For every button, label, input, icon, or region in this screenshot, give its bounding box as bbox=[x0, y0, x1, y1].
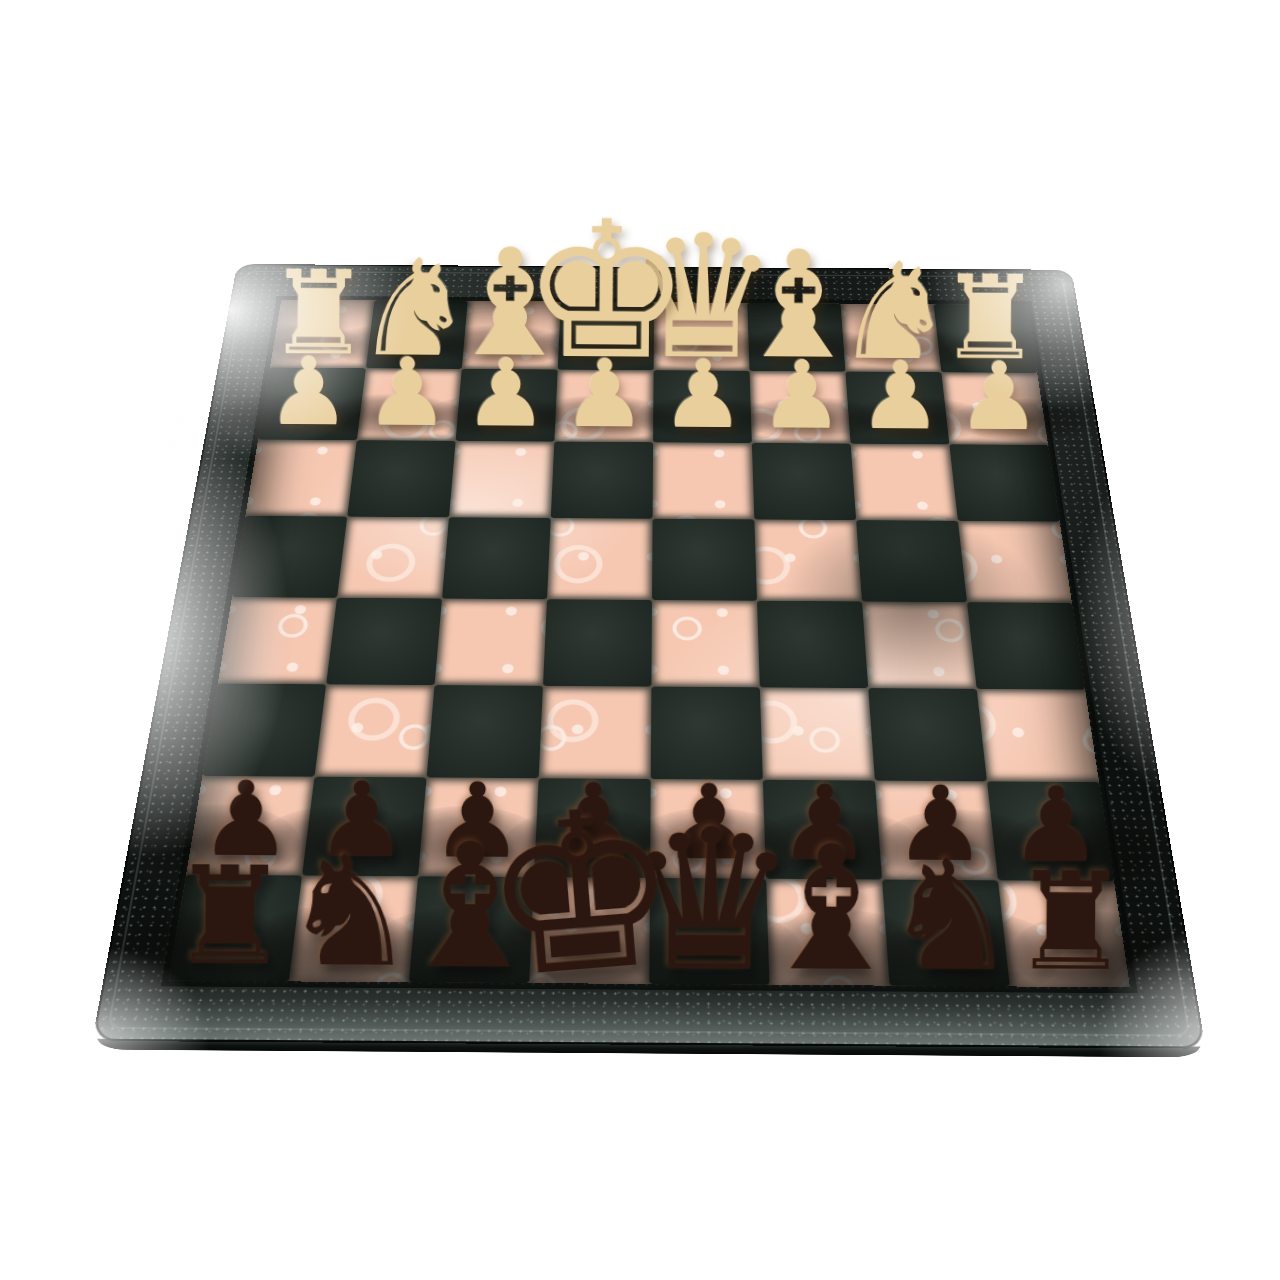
perspective-wrapper: ♜♞♝♚♛♝♞♜♟♟♟♟♟♟♟♟♟♟♟♟♟♟♟♟♜♞♝♚♛♝♞♜ bbox=[174, 122, 1131, 1079]
square-d5[interactable] bbox=[651, 600, 759, 687]
square-f2[interactable]: ♟ bbox=[456, 369, 558, 442]
square-d4[interactable] bbox=[652, 519, 757, 601]
square-g2[interactable]: ♟ bbox=[357, 368, 462, 441]
square-c2[interactable]: ♟ bbox=[750, 371, 851, 444]
piece-white-pawn-c2[interactable]: ♟ bbox=[759, 350, 844, 440]
piece-white-pawn-f2[interactable]: ♟ bbox=[463, 348, 548, 438]
piece-white-pawn-d2[interactable]: ♟ bbox=[660, 350, 745, 440]
square-f4[interactable] bbox=[442, 517, 551, 599]
square-b2[interactable]: ♟ bbox=[845, 372, 949, 445]
square-c5[interactable] bbox=[757, 601, 868, 688]
square-f5[interactable] bbox=[435, 599, 547, 686]
piece-white-pawn-e2[interactable]: ♟ bbox=[562, 349, 647, 439]
square-e4[interactable] bbox=[547, 518, 653, 600]
piece-black-rook-a8[interactable]: ♜ bbox=[1009, 857, 1131, 986]
square-h3[interactable] bbox=[245, 440, 356, 517]
square-h4[interactable] bbox=[232, 516, 347, 598]
square-b3[interactable] bbox=[851, 444, 958, 521]
square-g3[interactable] bbox=[347, 440, 455, 517]
chess-board: ♜♞♝♚♛♝♞♜♟♟♟♟♟♟♟♟♟♟♟♟♟♟♟♟♜♞♝♚♛♝♞♜ bbox=[95, 265, 1203, 1046]
piece-white-pawn-h2[interactable]: ♟ bbox=[266, 347, 351, 437]
piece-black-king-e8[interactable]: ♚ bbox=[475, 783, 687, 1006]
piece-black-rook-h8[interactable]: ♜ bbox=[168, 851, 290, 980]
square-h2[interactable]: ♟ bbox=[258, 368, 366, 441]
square-e3[interactable] bbox=[551, 442, 653, 519]
piece-white-pawn-g2[interactable]: ♟ bbox=[364, 347, 449, 437]
board-frame: ♜♞♝♚♛♝♞♜♟♟♟♟♟♟♟♟♟♟♟♟♟♟♟♟♜♞♝♚♛♝♞♜ bbox=[95, 265, 1203, 1046]
piece-white-pawn-b2[interactable]: ♟ bbox=[858, 351, 943, 441]
square-a4[interactable] bbox=[958, 521, 1072, 603]
square-a3[interactable] bbox=[949, 444, 1059, 521]
board-grid: ♜♞♝♚♛♝♞♜♟♟♟♟♟♟♟♟♟♟♟♟♟♟♟♟♜♞♝♚♛♝♞♜ bbox=[169, 300, 1130, 988]
square-f3[interactable] bbox=[449, 441, 554, 518]
square-d3[interactable] bbox=[653, 442, 755, 519]
square-c3[interactable] bbox=[752, 443, 856, 520]
square-b4[interactable] bbox=[856, 520, 967, 602]
square-h5[interactable] bbox=[218, 597, 337, 684]
square-e8[interactable]: ♚ bbox=[529, 877, 650, 984]
square-d2[interactable]: ♟ bbox=[653, 370, 752, 443]
square-a2[interactable]: ♟ bbox=[941, 372, 1048, 445]
square-g5[interactable] bbox=[326, 598, 442, 685]
square-b5[interactable] bbox=[862, 601, 977, 688]
square-g4[interactable] bbox=[337, 517, 449, 599]
piece-white-pawn-a2[interactable]: ♟ bbox=[956, 352, 1041, 442]
square-e5[interactable] bbox=[543, 599, 652, 686]
square-c4[interactable] bbox=[754, 519, 862, 601]
square-a5[interactable] bbox=[967, 602, 1085, 689]
square-e2[interactable]: ♟ bbox=[554, 370, 653, 443]
chess-photo-scene: ♜♞♝♚♛♝♞♜♟♟♟♟♟♟♟♟♟♟♟♟♟♟♟♟♜♞♝♚♛♝♞♜ bbox=[0, 0, 1280, 1280]
